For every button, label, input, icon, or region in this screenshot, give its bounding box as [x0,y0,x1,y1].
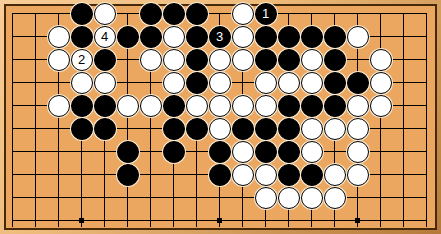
black-stone [117,164,139,186]
white-stone [48,49,70,71]
black-stone [71,3,93,25]
black-stone [347,72,369,94]
white-stone [209,95,231,117]
black-stone [163,118,185,140]
black-stone [209,164,231,186]
board-layer: 1432 [0,0,441,234]
black-stone [117,26,139,48]
white-stone [94,72,116,94]
white-stone [140,49,162,71]
black-stone [255,118,277,140]
star-point [79,218,84,223]
white-stone: 4 [94,26,116,48]
move-number-label: 4 [101,29,108,44]
black-stone [324,95,346,117]
white-stone [301,187,323,209]
white-stone [117,95,139,117]
white-stone [255,95,277,117]
black-stone [255,141,277,163]
black-stone [71,26,93,48]
move-number-label: 2 [78,52,85,67]
white-stone [232,164,254,186]
white-stone [232,49,254,71]
black-stone [278,118,300,140]
black-stone [255,49,277,71]
black-stone [301,26,323,48]
black-stone [186,72,208,94]
white-stone [347,164,369,186]
black-stone [324,49,346,71]
black-stone [94,118,116,140]
black-stone [140,26,162,48]
black-stone [278,49,300,71]
black-stone [94,95,116,117]
black-stone [140,3,162,25]
white-stone [301,118,323,140]
black-stone [278,141,300,163]
black-stone [186,26,208,48]
star-point [217,218,222,223]
white-stone [140,95,162,117]
black-stone [324,72,346,94]
white-stone [255,164,277,186]
black-stone [278,164,300,186]
white-stone [370,49,392,71]
white-stone [232,26,254,48]
white-stone [163,72,185,94]
black-stone: 1 [255,3,277,25]
white-stone [301,49,323,71]
black-stone: 3 [209,26,231,48]
white-stone: 2 [71,49,93,71]
black-stone [186,118,208,140]
white-stone [324,187,346,209]
white-stone [232,3,254,25]
white-stone [71,72,93,94]
black-stone [278,95,300,117]
black-stone [209,141,231,163]
black-stone [71,118,93,140]
black-stone [94,49,116,71]
white-stone [370,72,392,94]
white-stone [48,26,70,48]
black-stone [255,26,277,48]
black-stone [163,141,185,163]
white-stone [163,49,185,71]
black-stone [117,141,139,163]
black-stone [301,164,323,186]
black-stone [71,95,93,117]
black-stone [278,26,300,48]
white-stone [278,187,300,209]
white-stone [255,187,277,209]
white-stone [370,95,392,117]
white-stone [186,95,208,117]
white-stone [209,118,231,140]
white-stone [301,141,323,163]
white-stone [278,72,300,94]
black-stone [232,118,254,140]
white-stone [324,118,346,140]
white-stone [347,95,369,117]
white-stone [163,26,185,48]
black-stone [163,95,185,117]
white-stone [347,141,369,163]
go-board-diagram: 1432 [0,0,441,234]
white-stone [255,72,277,94]
white-stone [48,95,70,117]
white-stone [209,72,231,94]
white-stone [232,141,254,163]
white-stone [301,72,323,94]
black-stone [163,3,185,25]
black-stone [301,95,323,117]
white-stone [324,164,346,186]
white-stone [347,118,369,140]
move-number-label: 3 [216,29,223,44]
star-point [355,218,360,223]
white-stone [94,3,116,25]
black-stone [324,26,346,48]
black-stone [186,3,208,25]
white-stone [347,26,369,48]
move-number-label: 1 [262,6,269,21]
white-stone [232,95,254,117]
white-stone [209,49,231,71]
black-stone [186,49,208,71]
